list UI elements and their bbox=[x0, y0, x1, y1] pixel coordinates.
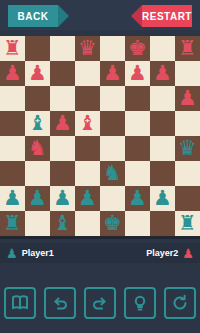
piece-teal-pawn[interactable]: ♟ bbox=[78, 186, 97, 211]
lightbulb-icon bbox=[131, 294, 149, 312]
square-e4[interactable] bbox=[100, 136, 125, 161]
square-a8[interactable]: ♜ bbox=[0, 36, 25, 61]
square-d3[interactable] bbox=[75, 161, 100, 186]
square-a1[interactable]: ♜ bbox=[0, 211, 25, 236]
square-a3[interactable] bbox=[0, 161, 25, 186]
book-icon bbox=[11, 294, 29, 312]
piece-teal-rook[interactable]: ♜ bbox=[178, 211, 197, 236]
square-e7[interactable]: ♟ bbox=[100, 61, 125, 86]
square-h4[interactable]: ♛ bbox=[175, 136, 200, 161]
hint-button[interactable] bbox=[124, 287, 156, 319]
square-b7[interactable]: ♟ bbox=[25, 61, 50, 86]
piece-red-pawn[interactable]: ♟ bbox=[28, 61, 47, 86]
piece-red-pawn[interactable]: ♟ bbox=[178, 86, 197, 111]
piece-red-king[interactable]: ♚ bbox=[128, 36, 147, 61]
square-e5[interactable] bbox=[100, 111, 125, 136]
square-f8[interactable]: ♚ bbox=[125, 36, 150, 61]
square-g4[interactable] bbox=[150, 136, 175, 161]
square-f1[interactable] bbox=[125, 211, 150, 236]
square-d8[interactable]: ♛ bbox=[75, 36, 100, 61]
square-h2[interactable] bbox=[175, 186, 200, 211]
player2-info: Player2 ♟ bbox=[146, 247, 194, 260]
piece-teal-pawn[interactable]: ♟ bbox=[3, 186, 22, 211]
bottom-toolbar bbox=[0, 287, 200, 319]
square-c3[interactable] bbox=[50, 161, 75, 186]
player1-info: ♟ Player1 bbox=[6, 247, 54, 260]
square-f2[interactable]: ♟ bbox=[125, 186, 150, 211]
square-g2[interactable]: ♟ bbox=[150, 186, 175, 211]
piece-red-pawn[interactable]: ♟ bbox=[103, 61, 122, 86]
piece-teal-rook[interactable]: ♜ bbox=[3, 211, 22, 236]
square-f7[interactable]: ♟ bbox=[125, 61, 150, 86]
square-d7[interactable] bbox=[75, 61, 100, 86]
square-b4[interactable]: ♞ bbox=[25, 136, 50, 161]
player1-pawn-icon: ♟ bbox=[6, 247, 18, 260]
piece-red-knight[interactable]: ♞ bbox=[28, 136, 47, 161]
square-g5[interactable] bbox=[150, 111, 175, 136]
square-b2[interactable]: ♟ bbox=[25, 186, 50, 211]
piece-teal-king[interactable]: ♚ bbox=[103, 211, 122, 236]
player1-name: Player1 bbox=[22, 248, 54, 258]
square-f6[interactable] bbox=[125, 86, 150, 111]
square-h3[interactable] bbox=[175, 161, 200, 186]
square-e2[interactable] bbox=[100, 186, 125, 211]
piece-teal-pawn[interactable]: ♟ bbox=[28, 186, 47, 211]
piece-teal-pawn[interactable]: ♟ bbox=[128, 186, 147, 211]
piece-red-pawn[interactable]: ♟ bbox=[3, 61, 22, 86]
square-b8[interactable] bbox=[25, 36, 50, 61]
square-d6[interactable] bbox=[75, 86, 100, 111]
square-f5[interactable] bbox=[125, 111, 150, 136]
square-b1[interactable] bbox=[25, 211, 50, 236]
square-g8[interactable] bbox=[150, 36, 175, 61]
square-d2[interactable]: ♟ bbox=[75, 186, 100, 211]
square-h5[interactable] bbox=[175, 111, 200, 136]
piece-teal-knight[interactable]: ♞ bbox=[103, 161, 122, 186]
piece-red-bishop[interactable]: ♝ bbox=[78, 111, 97, 136]
restart-game-button[interactable] bbox=[164, 287, 196, 319]
square-f3[interactable] bbox=[125, 161, 150, 186]
piece-red-rook[interactable]: ♜ bbox=[3, 36, 22, 61]
restart-button-label: RESTART bbox=[142, 11, 192, 22]
square-c6[interactable] bbox=[50, 86, 75, 111]
square-h7[interactable] bbox=[175, 61, 200, 86]
redo-button[interactable] bbox=[84, 287, 116, 319]
square-e6[interactable] bbox=[100, 86, 125, 111]
square-e8[interactable] bbox=[100, 36, 125, 61]
player2-pawn-icon: ♟ bbox=[182, 247, 194, 260]
square-g7[interactable]: ♟ bbox=[150, 61, 175, 86]
square-g1[interactable] bbox=[150, 211, 175, 236]
undo-button[interactable] bbox=[44, 287, 76, 319]
square-g6[interactable] bbox=[150, 86, 175, 111]
piece-red-pawn[interactable]: ♟ bbox=[53, 111, 72, 136]
restart-icon bbox=[171, 294, 189, 312]
square-a7[interactable]: ♟ bbox=[0, 61, 25, 86]
square-c5[interactable]: ♟ bbox=[50, 111, 75, 136]
square-b5[interactable]: ♝ bbox=[25, 111, 50, 136]
square-a6[interactable] bbox=[0, 86, 25, 111]
moves-book-button[interactable] bbox=[4, 287, 36, 319]
piece-red-queen[interactable]: ♛ bbox=[78, 36, 97, 61]
square-d1[interactable] bbox=[75, 211, 100, 236]
square-d4[interactable] bbox=[75, 136, 100, 161]
player-bar: ♟ Player1 Player2 ♟ bbox=[0, 243, 200, 263]
piece-teal-queen[interactable]: ♛ bbox=[178, 136, 197, 161]
square-a2[interactable]: ♟ bbox=[0, 186, 25, 211]
square-a4[interactable] bbox=[0, 136, 25, 161]
square-d5[interactable]: ♝ bbox=[75, 111, 100, 136]
piece-teal-pawn[interactable]: ♟ bbox=[153, 186, 172, 211]
square-h6[interactable]: ♟ bbox=[175, 86, 200, 111]
piece-teal-bishop[interactable]: ♝ bbox=[53, 211, 72, 236]
back-button[interactable]: BACK bbox=[8, 5, 58, 27]
square-h1[interactable]: ♜ bbox=[175, 211, 200, 236]
square-h8[interactable]: ♜ bbox=[175, 36, 200, 61]
square-g3[interactable] bbox=[150, 161, 175, 186]
piece-teal-bishop[interactable]: ♝ bbox=[28, 111, 47, 136]
top-bar: BACK RESTART bbox=[0, 0, 200, 30]
square-f4[interactable] bbox=[125, 136, 150, 161]
piece-red-rook[interactable]: ♜ bbox=[178, 36, 197, 61]
square-b3[interactable] bbox=[25, 161, 50, 186]
player2-name: Player2 bbox=[146, 248, 178, 258]
undo-icon bbox=[51, 294, 69, 312]
square-c8[interactable] bbox=[50, 36, 75, 61]
redo-icon bbox=[91, 294, 109, 312]
restart-button[interactable]: RESTART bbox=[142, 5, 192, 27]
square-e3[interactable]: ♞ bbox=[100, 161, 125, 186]
square-a5[interactable] bbox=[0, 111, 25, 136]
back-button-label: BACK bbox=[18, 11, 49, 22]
piece-red-pawn[interactable]: ♟ bbox=[153, 61, 172, 86]
chess-board: ♜♛♚♜♟♟♟♟♟♟♝♟♝♞♛♞♟♟♟♟♟♟♜♝♚♜ bbox=[0, 36, 200, 236]
square-e1[interactable]: ♚ bbox=[100, 211, 125, 236]
square-b6[interactable] bbox=[25, 86, 50, 111]
square-c7[interactable] bbox=[50, 61, 75, 86]
piece-red-pawn[interactable]: ♟ bbox=[128, 61, 147, 86]
square-c2[interactable]: ♟ bbox=[50, 186, 75, 211]
square-c1[interactable]: ♝ bbox=[50, 211, 75, 236]
piece-teal-pawn[interactable]: ♟ bbox=[53, 186, 72, 211]
square-c4[interactable] bbox=[50, 136, 75, 161]
